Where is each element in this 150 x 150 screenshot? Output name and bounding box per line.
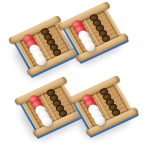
hole-empty[interactable]: [110, 108, 121, 117]
counting-board-top-right: [61, 3, 125, 61]
hole-empty[interactable]: [100, 34, 111, 43]
counter-white[interactable]: [39, 115, 54, 129]
counter-white[interactable]: [92, 114, 107, 128]
counting-board-bottom-right: [71, 77, 135, 135]
product-photo-canvas: [0, 0, 150, 150]
counter-white[interactable]: [82, 40, 97, 54]
counting-board-bottom-left: [18, 78, 82, 136]
counter-white[interactable]: [33, 54, 48, 68]
hole-empty[interactable]: [57, 109, 68, 118]
hole-empty[interactable]: [51, 48, 62, 57]
